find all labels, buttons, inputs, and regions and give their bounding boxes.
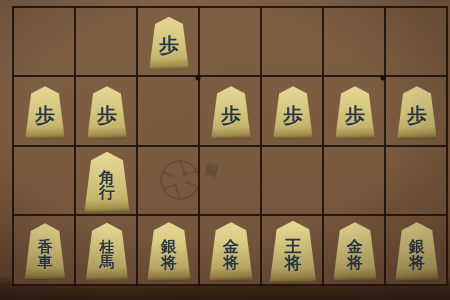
piece-king-59[interactable]: 王将 (269, 221, 317, 282)
piece-pawn-47[interactable]: 歩 (335, 86, 376, 138)
piece-silver-39[interactable]: 銀将 (395, 222, 440, 280)
piece-pawn-76[interactable]: 歩 (149, 17, 190, 69)
shogi-board-photo: 歩歩歩歩歩歩歩角行香車桂馬銀将金将王将金将銀将 摄图网 (0, 0, 450, 300)
star-point (196, 75, 201, 80)
piece-pawn-97[interactable]: 歩 (25, 86, 66, 138)
piece-lance-99[interactable]: 香車 (24, 223, 66, 279)
piece-pawn-67[interactable]: 歩 (211, 86, 252, 138)
piece-pawn-37[interactable]: 歩 (397, 86, 438, 138)
piece-grid: 歩歩歩歩歩歩歩角行香車桂馬銀将金将王将金将銀将 (14, 8, 448, 286)
piece-pawn-87[interactable]: 歩 (87, 86, 128, 138)
piece-gold-49[interactable]: 金将 (333, 222, 378, 280)
piece-pawn-57[interactable]: 歩 (273, 86, 314, 138)
piece-bishop-88[interactable]: 角行 (84, 152, 131, 212)
piece-gold-69[interactable]: 金将 (209, 222, 254, 280)
piece-silver-79[interactable]: 銀将 (147, 222, 192, 280)
shogi-board[interactable]: 歩歩歩歩歩歩歩角行香車桂馬銀将金将王将金将銀将 (12, 6, 448, 286)
star-point (381, 75, 386, 80)
piece-knight-89[interactable]: 桂馬 (85, 223, 129, 280)
